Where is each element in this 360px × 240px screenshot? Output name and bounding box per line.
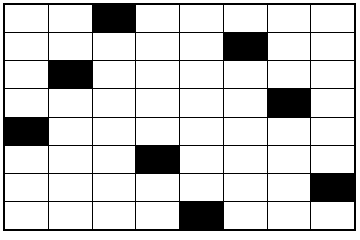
grid-cell-empty[interactable] [93, 146, 136, 173]
grid-cell-empty[interactable] [180, 5, 223, 32]
grid-cell-empty[interactable] [93, 61, 136, 88]
grid-cell-empty[interactable] [268, 174, 311, 201]
grid-cell-empty[interactable] [49, 89, 92, 116]
grid-cell-empty[interactable] [268, 5, 311, 32]
grid-cell-empty[interactable] [5, 61, 48, 88]
grid-cell-empty[interactable] [136, 89, 179, 116]
grid-cell-empty[interactable] [93, 118, 136, 145]
puzzle-grid [3, 3, 356, 231]
grid-cell-empty[interactable] [49, 146, 92, 173]
grid-cell-filled[interactable] [268, 89, 311, 116]
grid-cell-empty[interactable] [180, 146, 223, 173]
grid-cell-empty[interactable] [49, 33, 92, 60]
grid-cell-empty[interactable] [224, 174, 267, 201]
grid-cell-empty[interactable] [268, 146, 311, 173]
grid-cell-empty[interactable] [180, 33, 223, 60]
grid-cell-filled[interactable] [49, 61, 92, 88]
grid-cell-empty[interactable] [311, 146, 354, 173]
grid-cell-filled[interactable] [224, 33, 267, 60]
grid-cell-empty[interactable] [180, 61, 223, 88]
grid-cell-empty[interactable] [136, 5, 179, 32]
grid-cell-empty[interactable] [49, 5, 92, 32]
grid-cell-empty[interactable] [268, 61, 311, 88]
grid-cell-empty[interactable] [311, 202, 354, 229]
grid-cell-empty[interactable] [224, 146, 267, 173]
grid-cell-empty[interactable] [180, 174, 223, 201]
grid-cell-filled[interactable] [311, 174, 354, 201]
grid-cell-empty[interactable] [311, 33, 354, 60]
grid-cell-empty[interactable] [180, 89, 223, 116]
grid-cell-filled[interactable] [136, 146, 179, 173]
grid-cell-empty[interactable] [49, 174, 92, 201]
grid-cell-empty[interactable] [311, 61, 354, 88]
grid-cell-empty[interactable] [5, 33, 48, 60]
grid-cell-empty[interactable] [224, 5, 267, 32]
grid-cell-empty[interactable] [49, 202, 92, 229]
grid-cell-filled[interactable] [93, 5, 136, 32]
grid-cell-empty[interactable] [224, 89, 267, 116]
grid-cell-empty[interactable] [5, 89, 48, 116]
grid-cell-empty[interactable] [268, 118, 311, 145]
grid-cell-empty[interactable] [93, 174, 136, 201]
grid-cell-empty[interactable] [268, 33, 311, 60]
grid-cell-empty[interactable] [136, 61, 179, 88]
grid-cell-filled[interactable] [180, 202, 223, 229]
grid-cell-empty[interactable] [180, 118, 223, 145]
grid-cell-empty[interactable] [311, 118, 354, 145]
grid-cell-empty[interactable] [136, 33, 179, 60]
grid-cell-empty[interactable] [311, 89, 354, 116]
grid-cell-empty[interactable] [5, 202, 48, 229]
grid-cell-empty[interactable] [5, 174, 48, 201]
grid-cell-empty[interactable] [93, 33, 136, 60]
grid-cell-empty[interactable] [5, 5, 48, 32]
grid-cell-empty[interactable] [224, 118, 267, 145]
grid-cell-empty[interactable] [224, 61, 267, 88]
grid-cell-filled[interactable] [5, 118, 48, 145]
grid-cell-empty[interactable] [224, 202, 267, 229]
grid-cell-empty[interactable] [136, 118, 179, 145]
grid-cell-empty[interactable] [268, 202, 311, 229]
grid-cell-empty[interactable] [311, 5, 354, 32]
grid-cell-empty[interactable] [136, 174, 179, 201]
grid-cell-empty[interactable] [5, 146, 48, 173]
grid-cell-empty[interactable] [93, 89, 136, 116]
grid-cell-empty[interactable] [136, 202, 179, 229]
grid-cell-empty[interactable] [93, 202, 136, 229]
grid-cell-empty[interactable] [49, 118, 92, 145]
